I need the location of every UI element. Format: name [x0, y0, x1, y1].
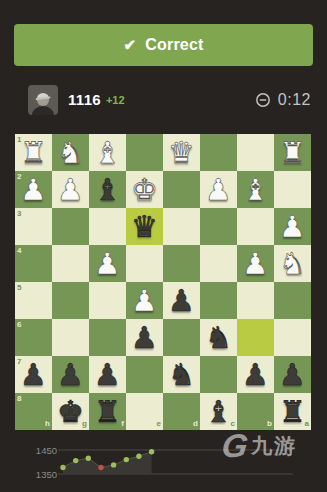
- file-label-a: a: [305, 420, 309, 428]
- square-h2[interactable]: ♟2: [15, 171, 52, 208]
- chart-point-4-failed: [98, 465, 103, 470]
- square-f5[interactable]: [89, 282, 126, 319]
- square-a1[interactable]: ♜: [274, 134, 311, 171]
- rank-label-5: 5: [17, 284, 21, 292]
- black-knight: ♞: [168, 356, 195, 393]
- square-c7[interactable]: [200, 356, 237, 393]
- puzzle-screen: ✔ Correct 1116 +12 0:12 ♜1♞♝♛♜♟2♟♝♚♟♝3♛♟…: [0, 0, 327, 492]
- square-b2[interactable]: ♝: [237, 171, 274, 208]
- square-f2[interactable]: ♝: [89, 171, 126, 208]
- file-label-e: e: [157, 420, 161, 428]
- square-e5[interactable]: ♟: [126, 282, 163, 319]
- white-rook: ♜: [279, 134, 306, 171]
- black-pawn: ♟: [168, 282, 195, 319]
- white-king: ♚: [131, 171, 158, 208]
- square-d4[interactable]: [163, 245, 200, 282]
- square-d8[interactable]: d: [163, 393, 200, 430]
- rank-label-8: 8: [17, 395, 21, 403]
- chart-point-1-solved: [60, 465, 65, 470]
- square-e2[interactable]: ♚: [126, 171, 163, 208]
- square-b1[interactable]: [237, 134, 274, 171]
- timer-wrap: 0:12: [255, 91, 311, 109]
- square-c1[interactable]: [200, 134, 237, 171]
- square-g7[interactable]: ♟: [52, 356, 89, 393]
- black-rook: ♜: [279, 393, 306, 430]
- white-rook: ♜: [20, 134, 47, 171]
- square-e8[interactable]: e: [126, 393, 163, 430]
- white-knight: ♞: [57, 134, 84, 171]
- chart-point-5-solved: [111, 462, 116, 467]
- file-label-g: g: [82, 420, 87, 428]
- square-e7[interactable]: [126, 356, 163, 393]
- square-c6[interactable]: ♞: [200, 319, 237, 356]
- square-b8[interactable]: b: [237, 393, 274, 430]
- white-pawn: ♟: [242, 245, 269, 282]
- chart-point-8-solved: [149, 449, 154, 454]
- black-rook: ♜: [94, 393, 121, 430]
- chart-point-7-solved: [136, 454, 141, 459]
- square-a2[interactable]: [274, 171, 311, 208]
- square-f3[interactable]: [89, 208, 126, 245]
- black-bishop: ♝: [205, 393, 232, 430]
- avatar-photo: [28, 85, 58, 115]
- black-pawn: ♟: [57, 356, 84, 393]
- square-d7[interactable]: ♞: [163, 356, 200, 393]
- white-pawn: ♟: [20, 171, 47, 208]
- square-a4[interactable]: ♞: [274, 245, 311, 282]
- square-g8[interactable]: ♚g: [52, 393, 89, 430]
- square-e3[interactable]: ♛: [126, 208, 163, 245]
- square-h7[interactable]: ♟7: [15, 356, 52, 393]
- rating-delta: +12: [106, 94, 125, 106]
- white-pawn: ♟: [131, 282, 158, 319]
- square-g6[interactable]: [52, 319, 89, 356]
- white-pawn: ♟: [94, 245, 121, 282]
- black-king: ♚: [57, 393, 84, 430]
- square-c8[interactable]: ♝c: [200, 393, 237, 430]
- rank-label-2: 2: [17, 173, 21, 181]
- square-c5[interactable]: [200, 282, 237, 319]
- file-label-d: d: [193, 420, 198, 428]
- white-knight: ♞: [279, 245, 306, 282]
- timer-value: 0:12: [278, 91, 311, 109]
- square-g5[interactable]: [52, 282, 89, 319]
- square-g2[interactable]: ♟: [52, 171, 89, 208]
- square-h3[interactable]: 3: [15, 208, 52, 245]
- rank-label-1: 1: [17, 136, 21, 144]
- white-queen: ♛: [168, 134, 195, 171]
- file-label-c: c: [231, 420, 235, 428]
- clock-icon: [255, 92, 271, 108]
- square-a6[interactable]: [274, 319, 311, 356]
- square-f1[interactable]: ♝: [89, 134, 126, 171]
- white-bishop: ♝: [242, 171, 269, 208]
- square-h5[interactable]: 5: [15, 282, 52, 319]
- square-g3[interactable]: [52, 208, 89, 245]
- correct-banner: ✔ Correct: [14, 24, 313, 66]
- black-queen: ♛: [131, 208, 158, 245]
- square-b6[interactable]: [237, 319, 274, 356]
- square-b4[interactable]: ♟: [237, 245, 274, 282]
- square-b7[interactable]: ♟: [237, 356, 274, 393]
- square-d6[interactable]: [163, 319, 200, 356]
- black-pawn: ♟: [94, 356, 121, 393]
- square-d2[interactable]: [163, 171, 200, 208]
- square-f8[interactable]: ♜f: [89, 393, 126, 430]
- square-a8[interactable]: ♜a: [274, 393, 311, 430]
- square-h4[interactable]: 4: [15, 245, 52, 282]
- black-pawn: ♟: [242, 356, 269, 393]
- chart-point-3-solved: [86, 456, 91, 461]
- rank-label-4: 4: [17, 247, 21, 255]
- player-rating: 1116: [68, 91, 101, 108]
- file-label-f: f: [121, 420, 124, 428]
- black-pawn: ♟: [20, 356, 47, 393]
- square-a7[interactable]: ♟: [274, 356, 311, 393]
- square-b5[interactable]: [237, 282, 274, 319]
- banner-label: Correct: [145, 36, 203, 54]
- square-e6[interactable]: ♟: [126, 319, 163, 356]
- white-pawn: ♟: [279, 208, 306, 245]
- black-pawn: ♟: [131, 319, 158, 356]
- square-c3[interactable]: [200, 208, 237, 245]
- square-f4[interactable]: ♟: [89, 245, 126, 282]
- square-c2[interactable]: ♟: [200, 171, 237, 208]
- square-e1[interactable]: [126, 134, 163, 171]
- player-bar: 1116 +12 0:12: [14, 84, 313, 115]
- file-label-h: h: [45, 420, 50, 428]
- rank-label-3: 3: [17, 210, 21, 218]
- square-h1[interactable]: ♜1: [15, 134, 52, 171]
- square-a3[interactable]: ♟: [274, 208, 311, 245]
- check-icon: ✔: [123, 36, 136, 54]
- square-d1[interactable]: ♛: [163, 134, 200, 171]
- square-b3[interactable]: [237, 208, 274, 245]
- avatar: [28, 85, 58, 115]
- rating-chart: [0, 436, 327, 492]
- square-e4[interactable]: [126, 245, 163, 282]
- rank-label-7: 7: [17, 358, 21, 366]
- white-pawn: ♟: [205, 171, 232, 208]
- rank-label-6: 6: [17, 321, 21, 329]
- black-knight: ♞: [205, 319, 232, 356]
- chart-point-6-solved: [124, 457, 129, 462]
- square-f6[interactable]: [89, 319, 126, 356]
- chess-board[interactable]: ♜1♞♝♛♜♟2♟♝♚♟♝3♛♟4♟♟♞5♟♟6♟♞♟7♟♟♞♟♟8h♚g♜fe…: [15, 134, 311, 430]
- file-label-b: b: [267, 420, 272, 428]
- square-a5[interactable]: [274, 282, 311, 319]
- black-pawn: ♟: [279, 356, 306, 393]
- white-bishop: ♝: [94, 134, 121, 171]
- chart-point-2-solved: [73, 458, 78, 463]
- square-d3[interactable]: [163, 208, 200, 245]
- black-bishop: ♝: [94, 171, 121, 208]
- square-c4[interactable]: [200, 245, 237, 282]
- square-f7[interactable]: ♟: [89, 356, 126, 393]
- square-d5[interactable]: ♟: [163, 282, 200, 319]
- square-g4[interactable]: [52, 245, 89, 282]
- white-pawn: ♟: [57, 171, 84, 208]
- square-h6[interactable]: 6: [15, 319, 52, 356]
- square-g1[interactable]: ♞: [52, 134, 89, 171]
- square-h8[interactable]: 8h: [15, 393, 52, 430]
